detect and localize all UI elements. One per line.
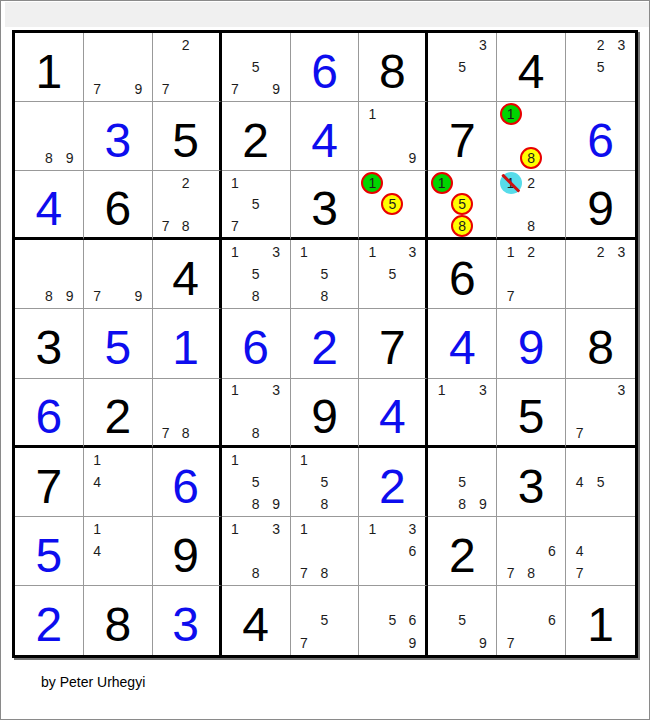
cell-r3c3[interactable]: 278: [153, 171, 222, 240]
cell-r5c1[interactable]: 3: [15, 309, 84, 378]
candidate-8[interactable]: 8: [521, 147, 542, 169]
candidate-7[interactable]: 7: [225, 215, 246, 236]
candidate-5[interactable]: 5: [245, 56, 266, 78]
candidate-1[interactable]: 1: [362, 172, 382, 193]
candidate-1[interactable]: 1: [500, 103, 521, 125]
candidate-1[interactable]: 1: [225, 449, 246, 471]
pencil-digit: 5: [388, 613, 396, 627]
cell-r3c4[interactable]: 157: [222, 171, 291, 240]
empty-candidate-slot: [245, 449, 266, 471]
empty-candidate-slot: [431, 609, 452, 631]
given-digit: 6: [449, 255, 476, 303]
candidate-9[interactable]: 9: [473, 493, 494, 515]
cell-r6c2[interactable]: 2: [84, 379, 153, 448]
cell-r7c7[interactable]: 589: [428, 448, 497, 517]
solved-digit: 2: [311, 324, 338, 372]
empty-candidate-slot: [382, 125, 402, 147]
candidate-7[interactable]: 7: [294, 632, 315, 654]
candidate-8[interactable]: 8: [521, 215, 542, 236]
candidate-8[interactable]: 8: [39, 285, 60, 307]
cell-r4c5[interactable]: 158: [291, 240, 360, 309]
empty-candidate-slot: [382, 540, 402, 562]
candidate-5[interactable]: 5: [452, 609, 473, 631]
cell-r6c3[interactable]: 78: [153, 379, 222, 448]
cell-r8c7[interactable]: 2: [428, 517, 497, 586]
empty-candidate-slot: [500, 263, 521, 285]
given-digit: 4: [518, 48, 545, 96]
candidate-3[interactable]: 3: [402, 241, 422, 263]
candidate-1[interactable]: 1: [294, 241, 315, 263]
candidate-5[interactable]: 5: [452, 56, 473, 78]
candidate-3[interactable]: 3: [402, 518, 422, 540]
pencil-digit: 3: [479, 383, 487, 397]
empty-candidate-slot: [314, 518, 335, 540]
empty-candidate-slot: [245, 540, 266, 562]
cell-r1c7[interactable]: 35: [428, 33, 497, 102]
cell-r3c2[interactable]: 6: [84, 171, 153, 240]
empty-candidate-slot: [18, 147, 39, 169]
candidate-3[interactable]: 3: [266, 380, 287, 401]
empty-candidate-slot: [473, 471, 494, 493]
cell-r9c1[interactable]: 2: [15, 586, 84, 655]
empty-candidate-slot: [569, 56, 590, 78]
cell-r3c8[interactable]: 128: [497, 171, 566, 240]
given-digit: 7: [379, 324, 406, 372]
pencil-grid: 59: [431, 587, 493, 654]
cell-r2c8[interactable]: 18: [497, 102, 566, 171]
candidate-1[interactable]: 1: [294, 449, 315, 471]
cell-r1c4[interactable]: 579: [222, 33, 291, 102]
candidate-9[interactable]: 9: [128, 78, 149, 100]
cell-r9c4[interactable]: 4: [222, 586, 291, 655]
empty-candidate-slot: [541, 285, 562, 307]
solved-digit: 4: [449, 324, 476, 372]
empty-candidate-slot: [569, 493, 590, 515]
candidate-3[interactable]: 3: [611, 241, 632, 263]
empty-candidate-slot: [266, 401, 287, 422]
candidate-7[interactable]: 7: [87, 78, 108, 100]
pencil-digit: 6: [548, 544, 556, 558]
empty-candidate-slot: [402, 215, 422, 236]
cell-r6c1[interactable]: 6: [15, 379, 84, 448]
empty-candidate-slot: [452, 449, 473, 471]
empty-candidate-slot: [245, 215, 266, 236]
pencil-digit: 5: [252, 475, 260, 489]
candidate-9[interactable]: 9: [59, 285, 80, 307]
pencil-grid: 579: [225, 34, 287, 100]
candidate-5[interactable]: 5: [314, 471, 335, 493]
cell-r3c6[interactable]: 15: [359, 171, 428, 240]
candidate-5[interactable]: 5: [452, 471, 473, 493]
candidate-1[interactable]: 1: [500, 172, 521, 193]
cell-r2c6[interactable]: 19: [359, 102, 428, 171]
empty-candidate-slot: [108, 471, 129, 493]
cell-r1c9[interactable]: 235: [566, 33, 635, 102]
candidate-2[interactable]: 2: [176, 172, 196, 193]
pencil-digit: 7: [507, 289, 515, 303]
empty-candidate-slot: [473, 449, 494, 471]
cell-r1c8[interactable]: 4: [497, 33, 566, 102]
cell-r4c7[interactable]: 6: [428, 240, 497, 309]
candidate-7[interactable]: 7: [225, 78, 246, 100]
empty-candidate-slot: [362, 263, 382, 285]
empty-candidate-slot: [225, 493, 246, 515]
candidate-5[interactable]: 5: [382, 263, 402, 285]
cell-r5c3[interactable]: 1: [153, 309, 222, 378]
empty-candidate-slot: [452, 422, 473, 443]
pencil-digit: 5: [321, 267, 329, 281]
cell-r6c9[interactable]: 37: [566, 379, 635, 448]
candidate-5[interactable]: 5: [590, 56, 611, 78]
cell-r9c6[interactable]: 569: [359, 586, 428, 655]
cell-r2c7[interactable]: 7: [428, 102, 497, 171]
pencil-grid: 89: [18, 103, 80, 169]
candidate-9[interactable]: 9: [266, 493, 287, 515]
cell-r5c4[interactable]: 6: [222, 309, 291, 378]
empty-candidate-slot: [382, 172, 402, 193]
empty-candidate-slot: [431, 194, 452, 215]
solved-digit: 4: [379, 393, 406, 441]
pencil-grid: 127: [500, 241, 562, 307]
empty-candidate-slot: [452, 172, 473, 193]
empty-candidate-slot: [39, 125, 60, 147]
candidate-4[interactable]: 4: [569, 540, 590, 562]
candidate-5[interactable]: 5: [452, 194, 473, 215]
cell-r2c2[interactable]: 3: [84, 102, 153, 171]
pencil-grid: 37: [569, 380, 632, 444]
empty-candidate-slot: [128, 471, 149, 493]
candidate-7[interactable]: 7: [500, 632, 521, 654]
empty-candidate-slot: [452, 587, 473, 609]
candidate-6[interactable]: 6: [541, 609, 562, 631]
empty-candidate-slot: [521, 632, 542, 654]
cell-r5c5[interactable]: 2: [291, 309, 360, 378]
candidate-5[interactable]: 5: [245, 471, 266, 493]
candidate-3[interactable]: 3: [266, 518, 287, 540]
empty-candidate-slot: [382, 632, 402, 654]
candidate-9[interactable]: 9: [59, 147, 80, 169]
sudoku-grid: 1792757968354235893524197186462781573151…: [12, 30, 638, 658]
empty-candidate-slot: [569, 78, 590, 100]
cell-r4c2[interactable]: 79: [84, 240, 153, 309]
pencil-digit: 3: [408, 522, 416, 536]
solved-digit: 2: [36, 601, 63, 649]
empty-candidate-slot: [569, 34, 590, 56]
empty-candidate-slot: [382, 285, 402, 307]
author-credit: by Peter Urhegyi: [41, 674, 145, 690]
candidate-8[interactable]: 8: [314, 493, 335, 515]
cell-r9c9[interactable]: 1: [566, 586, 635, 655]
candidate-1[interactable]: 1: [362, 241, 382, 263]
pencil-digit: 7: [300, 566, 308, 580]
candidate-7[interactable]: 7: [156, 422, 176, 443]
candidate-8[interactable]: 8: [314, 285, 335, 307]
empty-candidate-slot: [156, 380, 176, 401]
empty-candidate-slot: [225, 194, 246, 215]
empty-candidate-slot: [59, 125, 80, 147]
candidate-7[interactable]: 7: [569, 422, 590, 443]
pencil-digit: 8: [321, 497, 329, 511]
empty-candidate-slot: [521, 609, 542, 631]
empty-candidate-slot: [108, 518, 129, 540]
pencil-grid: 47: [569, 518, 632, 584]
cell-r6c5[interactable]: 9: [291, 379, 360, 448]
candidate-8[interactable]: 8: [39, 147, 60, 169]
candidate-9[interactable]: 9: [473, 632, 494, 654]
cell-r3c7[interactable]: 158: [428, 171, 497, 240]
cell-r1c6[interactable]: 8: [359, 33, 428, 102]
pencil-digit: 7: [576, 566, 584, 580]
candidate-1[interactable]: 1: [362, 518, 382, 540]
empty-candidate-slot: [196, 34, 216, 56]
cell-r3c1[interactable]: 4: [15, 171, 84, 240]
given-digit: 8: [104, 601, 131, 649]
candidate-3[interactable]: 3: [473, 380, 494, 401]
given-digit: 3: [36, 324, 63, 372]
empty-candidate-slot: [541, 125, 562, 147]
candidate-8[interactable]: 8: [245, 493, 266, 515]
candidate-8[interactable]: 8: [314, 562, 335, 584]
empty-candidate-slot: [611, 493, 632, 515]
empty-candidate-slot: [541, 194, 562, 215]
candidate-2[interactable]: 2: [590, 34, 611, 56]
candidate-5[interactable]: 5: [314, 263, 335, 285]
empty-candidate-slot: [18, 125, 39, 147]
empty-candidate-slot: [335, 285, 356, 307]
cell-r1c5[interactable]: 6: [291, 33, 360, 102]
empty-candidate-slot: [108, 241, 129, 263]
empty-candidate-slot: [362, 540, 382, 562]
cell-r9c3[interactable]: 3: [153, 586, 222, 655]
cell-r5c8[interactable]: 9: [497, 309, 566, 378]
candidate-9[interactable]: 9: [266, 78, 287, 100]
pencil-digit: 7: [162, 219, 170, 233]
cell-r7c8[interactable]: 3: [497, 448, 566, 517]
candidate-7[interactable]: 7: [156, 78, 176, 100]
cell-r3c5[interactable]: 3: [291, 171, 360, 240]
candidate-4[interactable]: 4: [87, 471, 108, 493]
cell-r4c9[interactable]: 23: [566, 240, 635, 309]
empty-candidate-slot: [245, 78, 266, 100]
candidate-8[interactable]: 8: [245, 562, 266, 584]
given-digit: 8: [379, 48, 406, 96]
empty-candidate-slot: [108, 493, 129, 515]
empty-candidate-slot: [569, 241, 590, 263]
empty-candidate-slot: [335, 449, 356, 471]
pencil-grid: 78: [156, 380, 216, 444]
candidate-1[interactable]: 1: [225, 172, 246, 193]
empty-candidate-slot: [225, 34, 246, 56]
cell-r9c7[interactable]: 59: [428, 586, 497, 655]
candidate-3[interactable]: 3: [266, 241, 287, 263]
pencil-digit: 2: [182, 176, 190, 190]
cell-r4c3[interactable]: 4: [153, 240, 222, 309]
candidate-1[interactable]: 1: [225, 241, 246, 263]
empty-candidate-slot: [402, 562, 422, 584]
candidate-1[interactable]: 1: [362, 103, 382, 125]
candidate-6[interactable]: 6: [402, 540, 422, 562]
candidate-2[interactable]: 2: [590, 241, 611, 263]
empty-candidate-slot: [521, 587, 542, 609]
candidate-1[interactable]: 1: [431, 380, 452, 401]
candidate-3[interactable]: 3: [611, 34, 632, 56]
cell-r7c1[interactable]: 7: [15, 448, 84, 517]
pencil-digit: 2: [527, 245, 535, 259]
empty-candidate-slot: [294, 285, 315, 307]
cell-r9c2[interactable]: 8: [84, 586, 153, 655]
candidate-1[interactable]: 1: [431, 172, 452, 193]
candidate-1[interactable]: 1: [225, 380, 246, 401]
cell-r8c1[interactable]: 5: [15, 517, 84, 586]
candidate-6[interactable]: 6: [402, 609, 422, 631]
candidate-7[interactable]: 7: [87, 285, 108, 307]
empty-candidate-slot: [266, 285, 287, 307]
cell-r7c9[interactable]: 45: [566, 448, 635, 517]
cell-r8c4[interactable]: 138: [222, 517, 291, 586]
candidate-8[interactable]: 8: [245, 285, 266, 307]
candidate-2[interactable]: 2: [521, 172, 542, 193]
empty-candidate-slot: [225, 562, 246, 584]
pencil-digit: 5: [321, 475, 329, 489]
candidate-2[interactable]: 2: [521, 241, 542, 263]
pencil-digit: 9: [272, 82, 280, 96]
candidate-5[interactable]: 5: [245, 263, 266, 285]
given-digit: 1: [587, 601, 614, 649]
cell-r5c9[interactable]: 8: [566, 309, 635, 378]
pencil-digit: 1: [507, 245, 515, 259]
cell-r6c4[interactable]: 138: [222, 379, 291, 448]
cell-r5c2[interactable]: 5: [84, 309, 153, 378]
pencil-digit: 8: [458, 497, 466, 511]
cell-r4c1[interactable]: 89: [15, 240, 84, 309]
cell-r2c9[interactable]: 6: [566, 102, 635, 171]
cell-r8c2[interactable]: 14: [84, 517, 153, 586]
empty-candidate-slot: [39, 103, 60, 125]
cell-r4c4[interactable]: 1358: [222, 240, 291, 309]
cell-r7c4[interactable]: 1589: [222, 448, 291, 517]
candidate-1[interactable]: 1: [500, 241, 521, 263]
empty-candidate-slot: [87, 562, 108, 584]
candidate-2[interactable]: 2: [176, 34, 196, 56]
pencil-digit: 8: [527, 151, 535, 165]
empty-candidate-slot: [225, 401, 246, 422]
cell-r3c9[interactable]: 9: [566, 171, 635, 240]
cell-r8c9[interactable]: 47: [566, 517, 635, 586]
candidate-7[interactable]: 7: [156, 215, 176, 236]
candidate-1[interactable]: 1: [87, 449, 108, 471]
candidate-1[interactable]: 1: [225, 518, 246, 540]
cell-r8c8[interactable]: 678: [497, 517, 566, 586]
candidate-9[interactable]: 9: [402, 632, 422, 654]
cell-r8c5[interactable]: 178: [291, 517, 360, 586]
cell-r5c7[interactable]: 4: [428, 309, 497, 378]
cell-r2c1[interactable]: 89: [15, 102, 84, 171]
cell-r1c2[interactable]: 79: [84, 33, 153, 102]
cell-r5c6[interactable]: 7: [359, 309, 428, 378]
empty-candidate-slot: [196, 380, 216, 401]
cell-r4c8[interactable]: 127: [497, 240, 566, 309]
candidate-4[interactable]: 4: [569, 471, 590, 493]
candidate-8[interactable]: 8: [176, 215, 196, 236]
empty-candidate-slot: [402, 263, 422, 285]
candidate-5[interactable]: 5: [382, 609, 402, 631]
candidate-5[interactable]: 5: [245, 194, 266, 215]
top-toolbar-band: [5, 2, 649, 27]
empty-candidate-slot: [590, 562, 611, 584]
empty-candidate-slot: [196, 194, 216, 215]
candidate-8[interactable]: 8: [245, 422, 266, 443]
pencil-grid: 14: [87, 449, 149, 515]
empty-candidate-slot: [611, 562, 632, 584]
candidate-8[interactable]: 8: [452, 215, 473, 236]
cell-r9c5[interactable]: 57: [291, 586, 360, 655]
candidate-1[interactable]: 1: [294, 518, 315, 540]
cell-r2c5[interactable]: 4: [291, 102, 360, 171]
candidate-7[interactable]: 7: [500, 562, 521, 584]
empty-candidate-slot: [245, 241, 266, 263]
cell-r2c3[interactable]: 5: [153, 102, 222, 171]
empty-candidate-slot: [266, 194, 287, 215]
pencil-digit: 8: [252, 289, 260, 303]
pencil-digit: 7: [507, 566, 515, 580]
candidate-5[interactable]: 5: [314, 609, 335, 631]
cell-r1c1[interactable]: 1: [15, 33, 84, 102]
cell-r8c6[interactable]: 136: [359, 517, 428, 586]
empty-candidate-slot: [294, 587, 315, 609]
pencil-digit: 8: [182, 219, 190, 233]
empty-candidate-slot: [362, 147, 382, 169]
candidate-3[interactable]: 3: [473, 34, 494, 56]
pencil-grid: 136: [362, 518, 422, 584]
candidate-1[interactable]: 1: [87, 518, 108, 540]
cell-r7c2[interactable]: 14: [84, 448, 153, 517]
candidate-5[interactable]: 5: [590, 471, 611, 493]
empty-candidate-slot: [569, 380, 590, 401]
cell-r9c8[interactable]: 67: [497, 586, 566, 655]
cell-r6c8[interactable]: 5: [497, 379, 566, 448]
cell-r4c6[interactable]: 135: [359, 240, 428, 309]
cell-r1c3[interactable]: 27: [153, 33, 222, 102]
candidate-9[interactable]: 9: [402, 147, 422, 169]
candidate-8[interactable]: 8: [452, 493, 473, 515]
cell-r6c7[interactable]: 13: [428, 379, 497, 448]
empty-candidate-slot: [108, 263, 129, 285]
candidate-4[interactable]: 4: [87, 540, 108, 562]
candidate-3[interactable]: 3: [611, 380, 632, 401]
candidate-9[interactable]: 9: [128, 285, 149, 307]
candidate-8[interactable]: 8: [176, 422, 196, 443]
candidate-7[interactable]: 7: [569, 562, 590, 584]
pencil-digit: 7: [300, 636, 308, 650]
empty-candidate-slot: [335, 241, 356, 263]
candidate-6[interactable]: 6: [541, 540, 562, 562]
candidate-5[interactable]: 5: [382, 194, 402, 215]
cell-r7c6[interactable]: 2: [359, 448, 428, 517]
empty-candidate-slot: [225, 422, 246, 443]
candidate-7[interactable]: 7: [294, 562, 315, 584]
cell-r2c4[interactable]: 2: [222, 102, 291, 171]
cell-r6c6[interactable]: 4: [359, 379, 428, 448]
empty-candidate-slot: [196, 422, 216, 443]
empty-candidate-slot: [521, 285, 542, 307]
empty-candidate-slot: [473, 194, 494, 215]
cell-r8c3[interactable]: 9: [153, 517, 222, 586]
cell-r7c3[interactable]: 6: [153, 448, 222, 517]
candidate-7[interactable]: 7: [500, 285, 521, 307]
empty-candidate-slot: [266, 34, 287, 56]
candidate-8[interactable]: 8: [521, 562, 542, 584]
cell-r7c5[interactable]: 158: [291, 448, 360, 517]
